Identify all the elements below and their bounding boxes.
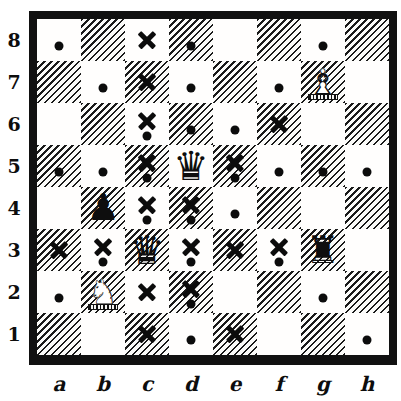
square-b1[interactable]	[81, 313, 125, 355]
square-c6[interactable]	[125, 103, 169, 145]
square-e2[interactable]	[213, 271, 257, 313]
square-f2[interactable]	[257, 271, 301, 313]
square-f3[interactable]	[257, 229, 301, 271]
file-label-a: a	[37, 369, 81, 399]
square-d5[interactable]: ♛	[169, 145, 213, 187]
square-g4[interactable]	[301, 187, 345, 229]
square-g3[interactable]: ♜	[301, 229, 345, 271]
dot-mark	[187, 215, 196, 224]
square-c4[interactable]	[125, 187, 169, 229]
square-h7[interactable]	[345, 61, 389, 103]
square-a6[interactable]	[37, 103, 81, 145]
square-h1[interactable]	[345, 313, 389, 355]
square-g1[interactable]	[301, 313, 345, 355]
file-label-b: b	[81, 369, 125, 399]
chess-diagram: ♝♗♛♟♛♜♞♘ 87654321abcdefgh	[0, 0, 401, 401]
rank-label-8: 8	[2, 19, 26, 61]
piece-black-queen[interactable]: ♛	[125, 229, 169, 271]
rank-label-5: 5	[2, 145, 26, 187]
square-a7[interactable]	[37, 61, 81, 103]
file-label-h: h	[345, 369, 389, 399]
dot-mark	[99, 84, 108, 93]
dot-mark	[231, 126, 240, 135]
piece-black-pawn[interactable]: ♟	[81, 187, 125, 229]
chess-board: ♝♗♛♟♛♜♞♘	[29, 11, 397, 365]
dot-mark	[363, 336, 372, 345]
square-f5[interactable]	[257, 145, 301, 187]
dot-mark	[143, 215, 152, 224]
dot-mark	[55, 168, 64, 177]
square-e8[interactable]	[213, 19, 257, 61]
square-g8[interactable]	[301, 19, 345, 61]
piece-black-rook[interactable]: ♜	[301, 229, 345, 271]
square-f7[interactable]	[257, 61, 301, 103]
square-h4[interactable]	[345, 187, 389, 229]
rank-label-7: 7	[2, 61, 26, 103]
file-label-f: f	[257, 369, 301, 399]
square-d6[interactable]	[169, 103, 213, 145]
square-b7[interactable]	[81, 61, 125, 103]
square-a1[interactable]	[37, 313, 81, 355]
square-c5[interactable]	[125, 145, 169, 187]
file-label-g: g	[301, 369, 345, 399]
file-label-c: c	[125, 369, 169, 399]
square-a8[interactable]	[37, 19, 81, 61]
square-d8[interactable]	[169, 19, 213, 61]
dot-mark	[187, 257, 196, 266]
square-a5[interactable]	[37, 145, 81, 187]
piece-white-queen[interactable]: ♛	[169, 145, 213, 187]
rank-label-1: 1	[2, 313, 26, 355]
file-label-e: e	[213, 369, 257, 399]
dot-mark	[275, 257, 284, 266]
square-b4[interactable]: ♟	[81, 187, 125, 229]
dot-mark	[319, 294, 328, 303]
square-g5[interactable]	[301, 145, 345, 187]
square-c1[interactable]	[125, 313, 169, 355]
square-d1[interactable]	[169, 313, 213, 355]
square-d7[interactable]	[169, 61, 213, 103]
square-e5[interactable]	[213, 145, 257, 187]
square-h6[interactable]	[345, 103, 389, 145]
dot-mark	[187, 336, 196, 345]
square-b6[interactable]	[81, 103, 125, 145]
dot-mark	[187, 126, 196, 135]
square-f4[interactable]	[257, 187, 301, 229]
square-d3[interactable]	[169, 229, 213, 271]
square-e1[interactable]	[213, 313, 257, 355]
square-h5[interactable]	[345, 145, 389, 187]
square-c2[interactable]	[125, 271, 169, 313]
square-c7[interactable]	[125, 61, 169, 103]
square-e3[interactable]	[213, 229, 257, 271]
square-b2[interactable]: ♞♘	[81, 271, 125, 313]
rank-label-6: 6	[2, 103, 26, 145]
dot-mark	[143, 173, 152, 182]
square-h8[interactable]	[345, 19, 389, 61]
dot-mark	[99, 257, 108, 266]
square-g2[interactable]	[301, 271, 345, 313]
square-b8[interactable]	[81, 19, 125, 61]
square-e7[interactable]	[213, 61, 257, 103]
rank-label-2: 2	[2, 271, 26, 313]
dot-mark	[55, 294, 64, 303]
file-label-d: d	[169, 369, 213, 399]
dot-mark	[319, 42, 328, 51]
square-a2[interactable]	[37, 271, 81, 313]
square-g6[interactable]	[301, 103, 345, 145]
square-b3[interactable]	[81, 229, 125, 271]
square-a4[interactable]	[37, 187, 81, 229]
dot-mark	[187, 299, 196, 308]
piece-white-knight[interactable]: ♞♘	[81, 271, 125, 313]
dot-mark	[187, 42, 196, 51]
square-h3[interactable]	[345, 229, 389, 271]
square-c8[interactable]	[125, 19, 169, 61]
dot-mark	[275, 84, 284, 93]
square-e6[interactable]	[213, 103, 257, 145]
square-f8[interactable]	[257, 19, 301, 61]
dot-mark	[231, 173, 240, 182]
dot-mark	[319, 168, 328, 177]
dot-mark	[99, 168, 108, 177]
square-f6[interactable]	[257, 103, 301, 145]
dot-mark	[363, 168, 372, 177]
square-d2[interactable]	[169, 271, 213, 313]
dot-mark	[143, 131, 152, 140]
rank-label-3: 3	[2, 229, 26, 271]
square-f1[interactable]	[257, 313, 301, 355]
square-h2[interactable]	[345, 271, 389, 313]
square-b5[interactable]	[81, 145, 125, 187]
square-c3[interactable]: ♛	[125, 229, 169, 271]
square-g7[interactable]: ♝♗	[301, 61, 345, 103]
dot-mark	[55, 42, 64, 51]
rank-label-4: 4	[2, 187, 26, 229]
square-d4[interactable]	[169, 187, 213, 229]
dot-mark	[275, 168, 284, 177]
dot-mark	[231, 210, 240, 219]
square-a3[interactable]	[37, 229, 81, 271]
dot-mark	[187, 84, 196, 93]
square-e4[interactable]	[213, 187, 257, 229]
piece-white-bishop[interactable]: ♝♗	[301, 61, 345, 103]
